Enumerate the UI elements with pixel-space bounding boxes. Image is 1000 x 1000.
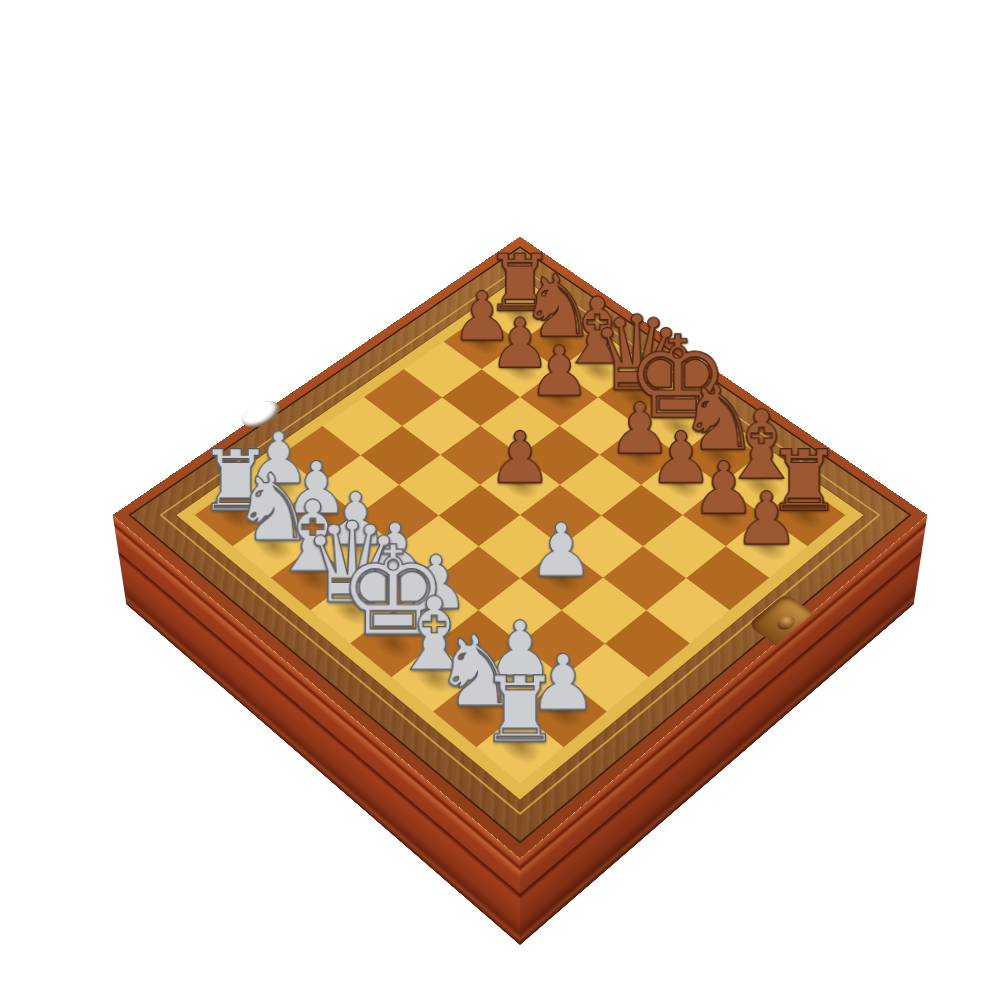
board-top-face: ♜♞♝♛♚♞♝♜♟♟♟♟♟♟♟♟♟♟♟♟♟♟♟♟♜♞♝♛♚♝♞♜ — [113, 237, 928, 859]
piece-silver-rook-h1[interactable]: ♜ — [391, 665, 650, 757]
product-photo-scene: ♜♞♝♛♚♞♝♜♟♟♟♟♟♟♟♟♟♟♟♟♟♟♟♟♜♞♝♛♚♝♞♜ — [0, 0, 1000, 1000]
chess-box: ♜♞♝♛♚♞♝♜♟♟♟♟♟♟♟♟♟♟♟♟♟♟♟♟♜♞♝♛♚♝♞♜ — [113, 237, 928, 859]
